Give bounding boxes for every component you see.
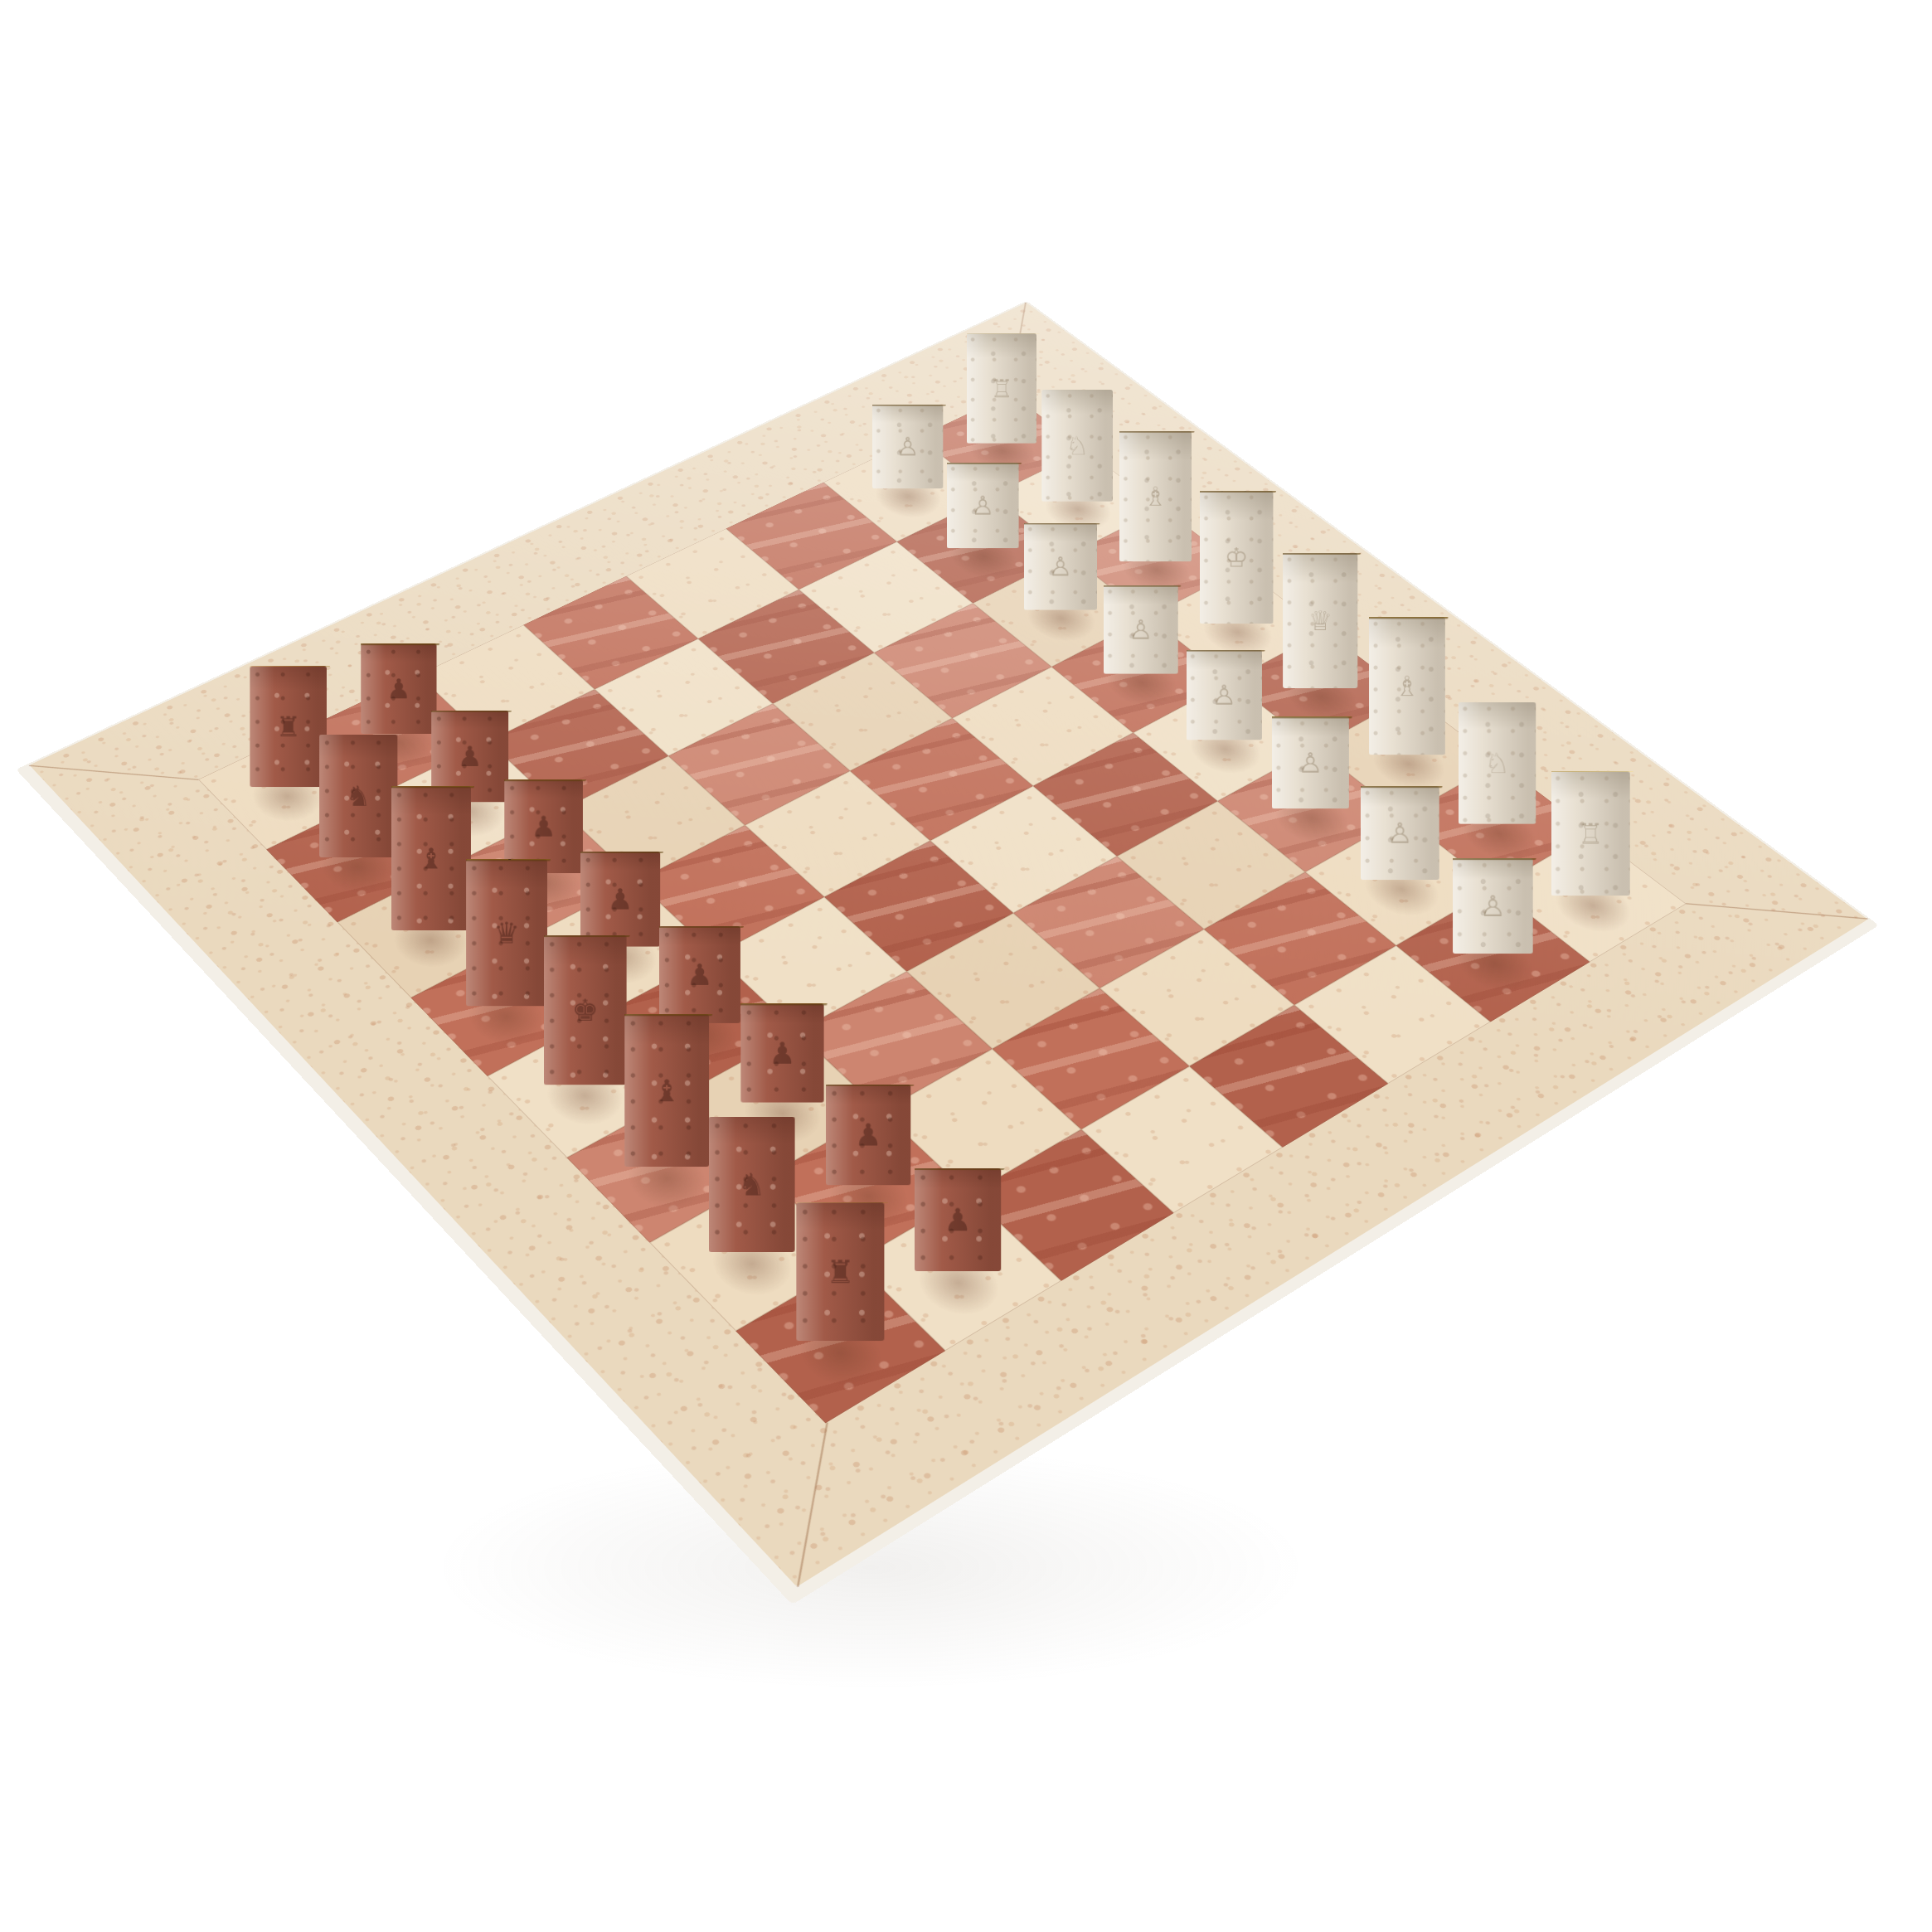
engraved-line — [1221, 466, 1223, 491]
brass-flat-top — [1269, 696, 1352, 717]
brass-flat-top — [869, 385, 946, 405]
piece-body: ♟ — [915, 1168, 1001, 1271]
engraved-line — [1245, 466, 1247, 491]
black-pawn-glyph: ♟ — [687, 960, 713, 990]
brass-grid-top — [1197, 466, 1276, 491]
brass-flat-top — [428, 689, 512, 711]
piece-body: ♔ — [1200, 491, 1274, 624]
black-bishop-f8[interactable]: ♝ — [624, 1014, 709, 1167]
black-bishop-c8[interactable]: ♝ — [391, 786, 471, 930]
brass-flat-top — [910, 1144, 1004, 1168]
white-pawn-glyph: ♙ — [1211, 682, 1236, 709]
piece-body: ♝ — [624, 1014, 709, 1167]
brass-frame-top — [388, 760, 474, 787]
piece-body: ♕ — [1283, 553, 1357, 688]
white-queen-e1[interactable]: ♕ — [1283, 553, 1357, 688]
black-pawn-glyph: ♟ — [944, 1204, 972, 1235]
piece-body: ♖ — [1551, 771, 1630, 896]
brass-flat-top — [944, 443, 1022, 463]
white-knight-glyph: ♘ — [1066, 433, 1089, 459]
piece-body: ♙ — [1187, 650, 1262, 740]
piece-body: ♛ — [466, 859, 547, 1006]
white-queen-glyph: ♕ — [1308, 607, 1332, 634]
white-pawn-g2[interactable]: ♙ — [1361, 786, 1439, 880]
white-rook-glyph: ♖ — [990, 376, 1012, 400]
engraved-line — [1197, 482, 1276, 484]
white-pawn-b2[interactable]: ♙ — [947, 463, 1019, 548]
white-bishop-glyph: ♗ — [1143, 483, 1167, 509]
white-knight-b1[interactable]: ♘ — [1041, 390, 1113, 502]
white-pawn-glyph: ♙ — [971, 493, 994, 518]
black-knight-b8[interactable]: ♞ — [319, 735, 397, 857]
white-pawn-c2[interactable]: ♙ — [1024, 523, 1097, 610]
black-rook-glyph: ♜ — [826, 1256, 854, 1288]
black-pawn-f7[interactable]: ♟ — [740, 1003, 823, 1102]
product-photo-scene: ♖♘♗♔♕♗♘♖♙♙♙♙♙♙♙♙♟♟♟♟♟♟♟♟♜♞♝♛♚♝♞♜ — [0, 0, 1932, 1932]
black-rook-h8[interactable]: ♜ — [796, 1202, 884, 1341]
brass-flat-top — [577, 829, 664, 852]
black-knight-glyph: ♞ — [738, 1169, 766, 1201]
white-knight-g1[interactable]: ♘ — [1459, 702, 1536, 824]
black-pawn-e7[interactable]: ♟ — [659, 926, 740, 1023]
black-pawn-glyph: ♟ — [531, 812, 556, 840]
white-pawn-h2[interactable]: ♙ — [1453, 858, 1533, 954]
black-king-glyph: ♚ — [572, 995, 599, 1025]
black-rook-glyph: ♜ — [276, 713, 301, 740]
white-king-glyph: ♔ — [1225, 544, 1249, 570]
piece-body: ♙ — [1361, 786, 1439, 880]
black-pawn-h7[interactable]: ♟ — [915, 1168, 1001, 1271]
piece-body: ♜ — [250, 666, 327, 787]
white-pawn-glyph: ♙ — [1387, 819, 1413, 847]
piece-body: ♙ — [947, 463, 1019, 548]
brass-flat-top — [501, 758, 586, 779]
black-knight-glyph: ♞ — [346, 782, 371, 810]
white-pawn-a2[interactable]: ♙ — [872, 405, 943, 489]
brass-slant-top — [1039, 316, 1116, 390]
brass-flat-top — [1021, 502, 1100, 522]
brass-flat-top — [737, 981, 828, 1004]
white-pawn-f2[interactable]: ♙ — [1272, 716, 1349, 808]
brass-flat-top — [655, 904, 744, 926]
black-pawn-glyph: ♟ — [607, 885, 633, 914]
brass-cross-top — [1279, 527, 1361, 553]
engraved-frame — [1123, 411, 1189, 426]
engraved-frame — [1372, 596, 1442, 612]
engraved-line — [1197, 474, 1276, 477]
piece-body: ♚ — [544, 935, 627, 1085]
piece-body: ♟ — [826, 1085, 910, 1186]
piece-body: ♝ — [391, 786, 471, 930]
piece-body: ♟ — [580, 852, 660, 947]
piece-body: ♘ — [1459, 702, 1536, 824]
white-rook-glyph: ♖ — [1578, 819, 1604, 847]
engraved-groove — [1457, 643, 1545, 692]
piece-body: ♟ — [659, 926, 740, 1023]
white-bishop-f1[interactable]: ♗ — [1369, 617, 1445, 755]
engraved-line — [1279, 539, 1361, 541]
brass-flat-top — [1183, 629, 1265, 649]
black-pawn-glyph: ♟ — [769, 1038, 796, 1068]
piece-body: ♗ — [1369, 617, 1445, 755]
brass-slant-top — [1547, 689, 1633, 771]
white-rook-a1[interactable]: ♖ — [967, 333, 1036, 444]
black-pawn-g7[interactable]: ♟ — [826, 1085, 910, 1186]
piece-body: ♙ — [1272, 716, 1349, 808]
piece-body: ♙ — [1104, 585, 1178, 674]
white-pawn-glyph: ♙ — [896, 434, 920, 459]
white-pawn-glyph: ♙ — [1298, 749, 1323, 777]
brass-slant-top — [1455, 621, 1539, 701]
black-knight-g8[interactable]: ♞ — [709, 1117, 795, 1253]
white-pawn-glyph: ♙ — [1129, 616, 1153, 643]
brass-flat-top — [823, 1061, 915, 1084]
black-queen-glyph: ♛ — [493, 918, 520, 947]
piece-body: ♞ — [319, 735, 397, 857]
engraved-groove — [1041, 336, 1121, 381]
piece-body: ♜ — [796, 1202, 884, 1341]
piece-body: ♗ — [1119, 431, 1192, 561]
white-pawn-glyph: ♙ — [1480, 891, 1506, 920]
black-queen-d8[interactable]: ♛ — [466, 859, 547, 1006]
white-bishop-c1[interactable]: ♗ — [1119, 431, 1192, 561]
black-bishop-glyph: ♝ — [653, 1075, 681, 1106]
brass-flat-top — [357, 623, 439, 643]
engraved-frame — [395, 765, 468, 780]
brass-slant-top — [964, 260, 1039, 333]
white-pawn-d2[interactable]: ♙ — [1104, 585, 1178, 674]
black-rook-a8[interactable]: ♜ — [250, 666, 327, 787]
brass-frame-top — [1116, 406, 1194, 431]
white-rook-h1[interactable]: ♖ — [1551, 771, 1630, 896]
white-pawn-glyph: ♙ — [1049, 553, 1073, 580]
brass-flat-top — [1357, 765, 1443, 786]
white-knight-glyph: ♘ — [1484, 749, 1509, 777]
black-king-e8[interactable]: ♚ — [544, 935, 627, 1085]
piece-body: ♟ — [740, 1003, 823, 1102]
black-pawn-d7[interactable]: ♟ — [580, 852, 660, 947]
white-king-d1[interactable]: ♔ — [1200, 491, 1274, 624]
piece-body: ♙ — [1453, 858, 1533, 954]
white-bishop-glyph: ♗ — [1395, 672, 1420, 700]
black-pawn-glyph: ♟ — [855, 1119, 882, 1150]
white-pawn-e2[interactable]: ♙ — [1187, 650, 1262, 740]
brass-frame-top — [1366, 591, 1449, 617]
piece-body: ♙ — [872, 405, 943, 489]
piece-body: ♞ — [709, 1117, 795, 1253]
piece-body: ♘ — [1041, 390, 1113, 502]
brass-flat-top — [1100, 565, 1181, 585]
piece-body: ♖ — [967, 333, 1036, 444]
black-bishop-glyph: ♝ — [418, 844, 444, 873]
piece-body: ♙ — [1024, 523, 1097, 610]
